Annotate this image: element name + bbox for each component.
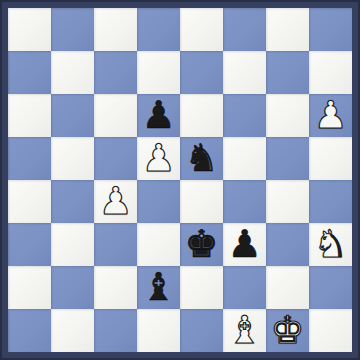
square-g1[interactable]: ♚ [266, 309, 309, 352]
square-d8[interactable] [137, 8, 180, 51]
white-knight[interactable]: ♞ [313, 223, 347, 266]
square-b1[interactable] [51, 309, 94, 352]
square-g6[interactable] [266, 94, 309, 137]
square-d3[interactable] [137, 223, 180, 266]
square-e8[interactable] [180, 8, 223, 51]
white-pawn[interactable]: ♟ [141, 137, 175, 180]
square-a4[interactable] [8, 180, 51, 223]
square-b2[interactable] [51, 266, 94, 309]
white-pawn[interactable]: ♟ [313, 94, 347, 137]
square-d4[interactable] [137, 180, 180, 223]
square-e7[interactable] [180, 51, 223, 94]
square-e2[interactable] [180, 266, 223, 309]
square-a5[interactable] [8, 137, 51, 180]
square-g8[interactable] [266, 8, 309, 51]
square-d6[interactable]: ♟ [137, 94, 180, 137]
square-f5[interactable] [223, 137, 266, 180]
square-h8[interactable] [309, 8, 352, 51]
square-c8[interactable] [94, 8, 137, 51]
square-f2[interactable] [223, 266, 266, 309]
square-c4[interactable]: ♟ [94, 180, 137, 223]
square-f3[interactable]: ♟ [223, 223, 266, 266]
square-b3[interactable] [51, 223, 94, 266]
square-e5[interactable]: ♞ [180, 137, 223, 180]
square-c2[interactable] [94, 266, 137, 309]
chess-board: ♟♟♟♞♟♚♟♞♝♝♚ [8, 8, 352, 352]
square-c7[interactable] [94, 51, 137, 94]
square-h1[interactable] [309, 309, 352, 352]
square-b4[interactable] [51, 180, 94, 223]
square-f1[interactable]: ♝ [223, 309, 266, 352]
black-pawn[interactable]: ♟ [227, 223, 261, 266]
square-g2[interactable] [266, 266, 309, 309]
black-knight[interactable]: ♞ [184, 137, 218, 180]
square-d7[interactable] [137, 51, 180, 94]
square-h4[interactable] [309, 180, 352, 223]
square-h6[interactable]: ♟ [309, 94, 352, 137]
chess-board-frame: ♟♟♟♞♟♚♟♞♝♝♚ [0, 0, 360, 360]
square-f8[interactable] [223, 8, 266, 51]
square-c1[interactable] [94, 309, 137, 352]
square-e4[interactable] [180, 180, 223, 223]
square-h2[interactable] [309, 266, 352, 309]
square-e6[interactable] [180, 94, 223, 137]
square-a7[interactable] [8, 51, 51, 94]
square-d5[interactable]: ♟ [137, 137, 180, 180]
square-h5[interactable] [309, 137, 352, 180]
square-g4[interactable] [266, 180, 309, 223]
square-e1[interactable] [180, 309, 223, 352]
square-c3[interactable] [94, 223, 137, 266]
square-g5[interactable] [266, 137, 309, 180]
square-c6[interactable] [94, 94, 137, 137]
square-f6[interactable] [223, 94, 266, 137]
white-bishop[interactable]: ♝ [227, 309, 261, 352]
square-e3[interactable]: ♚ [180, 223, 223, 266]
square-b8[interactable] [51, 8, 94, 51]
square-c5[interactable] [94, 137, 137, 180]
square-f7[interactable] [223, 51, 266, 94]
square-g3[interactable] [266, 223, 309, 266]
square-a1[interactable] [8, 309, 51, 352]
black-bishop[interactable]: ♝ [141, 266, 175, 309]
square-b7[interactable] [51, 51, 94, 94]
white-king[interactable]: ♚ [270, 309, 304, 352]
square-a6[interactable] [8, 94, 51, 137]
black-king[interactable]: ♚ [184, 223, 218, 266]
white-pawn[interactable]: ♟ [98, 180, 132, 223]
square-b5[interactable] [51, 137, 94, 180]
square-d2[interactable]: ♝ [137, 266, 180, 309]
square-g7[interactable] [266, 51, 309, 94]
square-d1[interactable] [137, 309, 180, 352]
square-a3[interactable] [8, 223, 51, 266]
square-a2[interactable] [8, 266, 51, 309]
square-a8[interactable] [8, 8, 51, 51]
square-h7[interactable] [309, 51, 352, 94]
square-b6[interactable] [51, 94, 94, 137]
black-pawn[interactable]: ♟ [141, 94, 175, 137]
square-h3[interactable]: ♞ [309, 223, 352, 266]
square-f4[interactable] [223, 180, 266, 223]
